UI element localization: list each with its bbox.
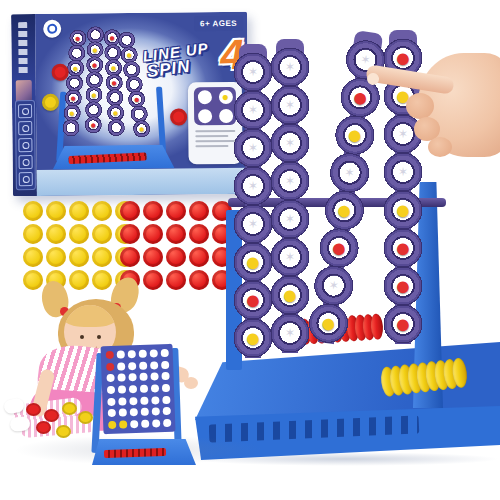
floor-red-disc <box>44 409 59 422</box>
empty-hole-star: ✶ <box>285 313 295 353</box>
empty-hole-star: ✶ <box>285 161 295 201</box>
loose-red-disc <box>120 201 140 221</box>
empty-hole-star: ✶ <box>285 85 295 125</box>
product-photo-canvas: 6+ AGES LINE UP SPIN 4 ●●●●●●●●●●●●●●● ● <box>0 0 500 500</box>
spine-feature-icon <box>19 155 33 169</box>
empty-hole-star: ✶ <box>285 123 295 163</box>
mini-empty-hole <box>161 384 169 392</box>
panel-text-line <box>195 140 235 142</box>
loose-red-disc <box>166 224 186 244</box>
loose-yellow-disc <box>69 224 89 244</box>
mini-empty-hole <box>139 373 147 381</box>
cell-empty: ✶ <box>270 123 310 163</box>
cell-empty: ✶ <box>270 313 310 353</box>
empty-hole-star: ✶ <box>248 204 258 244</box>
loose-yellow-disc <box>92 201 112 221</box>
mini-red-disc <box>106 362 114 370</box>
cell-yellow: ● <box>233 242 273 282</box>
mini-red-disc <box>105 351 113 359</box>
cell-empty: ✶ <box>233 52 273 92</box>
yellow-disc: ● <box>318 302 340 344</box>
cell-red: ● <box>233 280 273 320</box>
girl-eye <box>80 335 84 339</box>
mini-yellow-disc <box>119 421 127 429</box>
box-art-cell-empty <box>62 119 80 137</box>
mini-empty-hole <box>150 373 158 381</box>
panel-detail-cells: ● <box>194 87 236 125</box>
mini-empty-hole <box>128 373 136 381</box>
loose-disc-grid-red <box>120 201 235 293</box>
empty-hole-star: ✶ <box>248 166 258 206</box>
spine-icon-strip <box>15 100 36 190</box>
spine-vertical-text <box>18 22 28 74</box>
mini-empty-hole <box>117 362 125 370</box>
mini-empty-hole <box>128 362 136 370</box>
red-disc: ● <box>395 304 411 344</box>
box-art-cell-yellow: ● <box>132 119 152 139</box>
mini-empty-hole <box>140 408 148 416</box>
box-art-columns: ●●●●●●●●●●●●●●● <box>65 31 143 139</box>
panel-text-line <box>195 135 228 137</box>
cell-red: ● <box>383 304 423 344</box>
loose-yellow-disc <box>46 201 66 221</box>
mini-empty-hole <box>163 419 171 427</box>
loose-yellow-disc <box>23 224 43 244</box>
red-disc: ● <box>90 116 96 133</box>
box-art-red-teeth <box>68 152 146 164</box>
loose-red-disc <box>166 247 186 267</box>
mini-game <box>92 343 196 471</box>
panel-text-line <box>195 130 235 132</box>
panel-hole <box>197 90 211 104</box>
cell-empty: ✶ <box>270 237 310 277</box>
loose-yellow-disc <box>92 224 112 244</box>
floor-yellow-disc <box>62 402 77 415</box>
mini-red-teeth <box>104 448 166 458</box>
box-bottom-band <box>37 168 249 196</box>
mini-empty-hole <box>116 350 124 358</box>
floating-red-disc <box>52 64 69 81</box>
panel-hole <box>198 109 212 123</box>
empty-hole-star: ✶ <box>285 237 295 277</box>
loose-yellow-disc <box>23 247 43 267</box>
mini-empty-hole <box>127 350 135 358</box>
spine-feature-icon <box>19 172 33 186</box>
yellow-disc: ● <box>245 318 261 358</box>
loose-yellow-disc <box>92 247 112 267</box>
mini-empty-hole <box>139 385 147 393</box>
red-disc: ● <box>395 266 411 306</box>
mini-empty-hole <box>162 407 170 415</box>
cell-empty: ✶ <box>233 128 273 168</box>
mini-empty-hole <box>129 397 137 405</box>
mini-empty-hole <box>107 398 115 406</box>
loose-red-disc <box>120 224 140 244</box>
mini-empty-hole <box>160 349 168 357</box>
cell-empty: ✶ <box>233 166 273 206</box>
yellow-disc: ● <box>222 89 229 103</box>
empty-hole-star: ✶ <box>285 199 295 239</box>
panel-hole: ● <box>218 89 232 103</box>
box-art-cell-red: ● <box>85 116 102 133</box>
loose-yellow-disc <box>46 224 66 244</box>
spine-feature-icon <box>18 138 32 152</box>
loose-red-disc <box>143 247 163 267</box>
loose-yellow-disc <box>69 201 89 221</box>
spin-column-1: ✶✶✶✶✶●●● <box>233 54 273 358</box>
mini-empty-hole <box>128 385 136 393</box>
empty-hole-star: ✶ <box>342 152 358 193</box>
mini-empty-hole <box>162 396 170 404</box>
yellow-disc: ● <box>282 275 298 315</box>
spine-feature-icon <box>18 121 32 135</box>
box-art-cell-empty <box>107 119 125 137</box>
cell-empty: ✶ <box>270 199 310 239</box>
mini-empty-hole <box>161 372 169 380</box>
mini-yellow-disc <box>108 421 116 429</box>
mini-empty-hole <box>106 386 114 394</box>
mini-empty-hole <box>118 409 126 417</box>
red-disc: ● <box>328 227 350 269</box>
mini-empty-hole <box>118 397 126 405</box>
mini-empty-hole <box>129 408 137 416</box>
mini-board-grid <box>100 344 175 434</box>
panel-hole <box>219 108 233 122</box>
box-spine <box>11 14 37 196</box>
cell-empty: ✶ <box>270 161 310 201</box>
box-art-column-1: ●●●● <box>62 31 87 139</box>
spin-column-2: ✶✶✶✶✶✶●✶ <box>270 49 310 353</box>
yellow-disc: ● <box>245 242 261 282</box>
yellow-disc: ● <box>137 120 146 138</box>
girl-eye <box>97 335 101 339</box>
mini-empty-hole <box>130 420 138 428</box>
mini-empty-hole <box>107 409 115 417</box>
cell-red: ● <box>383 228 423 268</box>
cell-yellow: ● <box>306 301 351 346</box>
panel-text-lines <box>193 130 237 147</box>
mini-empty-hole <box>150 384 158 392</box>
empty-hole-star: ✶ <box>326 265 342 306</box>
mini-empty-hole <box>152 419 160 427</box>
red-disc: ● <box>245 280 261 320</box>
spine-feature-icon <box>18 104 32 118</box>
box-art-base <box>52 145 174 170</box>
cell-empty: ✶ <box>270 85 310 125</box>
empty-hole-star: ✶ <box>285 47 295 87</box>
loose-red-disc <box>189 247 209 267</box>
loose-red-disc <box>143 201 163 221</box>
product-box: 6+ AGES LINE UP SPIN 4 ●●●●●●●●●●●●●●● ● <box>11 12 249 196</box>
loose-red-disc <box>143 224 163 244</box>
mini-empty-hole <box>151 408 159 416</box>
loose-yellow-disc <box>46 247 66 267</box>
cell-yellow: ● <box>233 318 273 358</box>
pointing-hand <box>360 35 500 160</box>
red-disc: ● <box>395 228 411 268</box>
empty-hole-star: ✶ <box>248 128 258 168</box>
mini-empty-hole <box>149 349 157 357</box>
loose-red-disc <box>189 201 209 221</box>
loose-red-disc <box>120 247 140 267</box>
empty-hole-star: ✶ <box>248 90 258 130</box>
empty-hole-star: ✶ <box>248 52 258 92</box>
panel-text-line <box>195 145 228 147</box>
mini-empty-hole <box>138 350 146 358</box>
floor-red-disc <box>36 421 51 434</box>
mini-empty-hole <box>117 374 125 382</box>
mini-empty-hole <box>139 361 147 369</box>
yellow-disc: ● <box>333 189 355 231</box>
cell-empty: ✶ <box>233 204 273 244</box>
age-badge: 6+ AGES <box>194 16 243 32</box>
loose-yellow-disc <box>23 201 43 221</box>
mini-empty-hole <box>106 374 114 382</box>
mini-empty-hole <box>150 361 158 369</box>
curled-finger <box>428 137 452 157</box>
loose-yellow-disc <box>69 247 89 267</box>
cell-red: ● <box>383 266 423 306</box>
floor-yellow-disc <box>56 425 71 438</box>
yellow-disc: ● <box>395 190 411 230</box>
box-face: 6+ AGES LINE UP SPIN 4 ●●●●●●●●●●●●●●● ● <box>35 12 249 196</box>
mini-empty-hole <box>117 385 125 393</box>
cell-yellow: ● <box>270 275 310 315</box>
mini-empty-hole <box>151 396 159 404</box>
curled-finger <box>406 93 434 119</box>
cell-empty: ✶ <box>233 90 273 130</box>
loose-red-disc <box>189 224 209 244</box>
mini-empty-hole <box>140 396 148 404</box>
floor-red-disc <box>26 403 41 416</box>
floating-yellow-disc <box>42 94 59 111</box>
loose-red-disc <box>166 201 186 221</box>
cell-yellow: ● <box>383 190 423 230</box>
floor-yellow-disc <box>78 411 93 424</box>
mini-empty-hole <box>141 420 149 428</box>
mini-empty-hole <box>161 360 169 368</box>
floating-red-disc <box>170 108 187 125</box>
cell-empty: ✶ <box>270 47 310 87</box>
box-art-game: ●●●●●●●●●●●●●●● <box>49 30 182 171</box>
mini-base <box>92 439 196 465</box>
box-art-column-2: ●●●● <box>84 28 104 138</box>
